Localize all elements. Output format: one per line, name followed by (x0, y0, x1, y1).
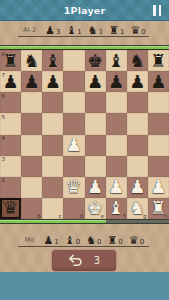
square-c3[interactable] (42, 156, 63, 177)
capture-count: 0 (97, 238, 101, 246)
knight-icon: ♞ (86, 235, 96, 246)
rank-label: 4 (2, 135, 6, 141)
square-h5[interactable] (148, 113, 169, 134)
player-timer-bar (0, 219, 169, 224)
square-b8[interactable]: ♞ (21, 50, 42, 71)
captured-piece: ♛0 (130, 25, 145, 36)
knight-icon: ♞ (88, 25, 98, 36)
chess-board: 8♜♞♝♚♝♞♜7♟♟♟♟♟♟♟654♟32♛♟♟♟♟1a♛bcde♚f♝g♞h… (0, 50, 169, 219)
square-f5[interactable] (106, 113, 127, 134)
square-b4[interactable] (21, 135, 42, 156)
timer-fill (0, 46, 169, 49)
square-e8[interactable]: ♚ (85, 50, 106, 71)
square-e6[interactable] (85, 92, 106, 113)
rank-label: 2 (2, 177, 6, 183)
capture-count: 1 (120, 28, 124, 36)
square-f4[interactable] (106, 135, 127, 156)
square-e5[interactable] (85, 113, 106, 134)
square-g3[interactable] (127, 156, 148, 177)
square-d8[interactable] (63, 50, 84, 71)
square-f3[interactable] (106, 156, 127, 177)
white-pawn: ♟ (129, 177, 145, 197)
square-d2[interactable]: ♛ (63, 177, 84, 198)
black-pawn: ♟ (150, 72, 166, 92)
undo-button[interactable]: 3 (51, 249, 117, 272)
square-c1[interactable]: c (42, 198, 63, 219)
bishop-icon: ♝ (65, 235, 75, 246)
rook-icon: ♜ (107, 235, 117, 246)
square-a6[interactable]: 6 (0, 92, 21, 113)
square-g4[interactable] (127, 135, 148, 156)
white-pawn: ♟ (66, 135, 82, 155)
pawn-icon: ♟ (43, 235, 53, 246)
capture-count: 0 (118, 238, 122, 246)
black-king: ♚ (87, 51, 103, 71)
timer-fill (0, 220, 106, 223)
square-e1[interactable]: e♚ (85, 198, 106, 219)
square-c2[interactable] (42, 177, 63, 198)
captured-piece: ♟1 (43, 235, 58, 246)
square-f1[interactable]: f♝ (106, 198, 127, 219)
black-pawn: ♟ (108, 72, 124, 92)
player-label: Me (25, 236, 35, 244)
square-a4[interactable]: 4 (0, 135, 21, 156)
white-knight: ♞ (129, 198, 145, 218)
square-h1[interactable]: h♜ (148, 198, 169, 219)
black-pawn: ♟ (87, 72, 103, 92)
square-b5[interactable] (21, 113, 42, 134)
square-g2[interactable]: ♟ (127, 177, 148, 198)
captured-piece: ♜0 (107, 235, 122, 246)
white-pawn: ♟ (150, 177, 166, 197)
undo-count: 3 (94, 255, 100, 266)
capture-count: 3 (56, 28, 60, 36)
square-g7[interactable]: ♟ (127, 71, 148, 92)
square-e2[interactable]: ♟ (85, 177, 106, 198)
square-h8[interactable]: ♜ (148, 50, 169, 71)
file-label: e (101, 213, 104, 219)
black-pawn: ♟ (129, 72, 145, 92)
square-f2[interactable]: ♟ (106, 177, 127, 198)
opponent-capture-tray: AI-2 ♟3♝1♞1♜1♛0 (0, 23, 169, 37)
file-label: c (59, 213, 62, 219)
square-h3[interactable] (148, 156, 169, 177)
black-pawn: ♟ (24, 72, 40, 92)
square-f7[interactable]: ♟ (106, 71, 127, 92)
square-a2[interactable]: 2 (0, 177, 21, 198)
square-c8[interactable]: ♝ (42, 50, 63, 71)
opponent-captures: ♟3♝1♞1♜1♛0 (45, 25, 146, 36)
square-d5[interactable] (63, 113, 84, 134)
rank-label: 6 (2, 93, 6, 99)
square-h2[interactable]: ♟ (148, 177, 169, 198)
captured-piece: ♛0 (129, 235, 144, 246)
square-b1[interactable]: b (21, 198, 42, 219)
undo-icon (68, 254, 83, 267)
black-rook: ♜ (2, 51, 18, 71)
square-c4[interactable] (42, 135, 63, 156)
square-a1[interactable]: 1a♛ (0, 198, 21, 219)
rank-label: 1 (2, 198, 6, 204)
black-bishop: ♝ (45, 51, 61, 71)
white-bishop: ♝ (108, 198, 124, 218)
square-d3[interactable] (63, 156, 84, 177)
square-h4[interactable] (148, 135, 169, 156)
captured-piece: ♞0 (86, 235, 101, 246)
black-bishop: ♝ (108, 51, 124, 71)
white-rook: ♜ (150, 198, 166, 218)
footer-bar (0, 272, 169, 300)
capture-count: 1 (99, 28, 103, 36)
white-pawn: ♟ (108, 177, 124, 197)
captured-piece: ♝0 (65, 235, 80, 246)
square-g8[interactable]: ♞ (127, 50, 148, 71)
file-label: a (16, 213, 19, 219)
square-d1[interactable]: d (63, 198, 84, 219)
square-d6[interactable] (63, 92, 84, 113)
square-h7[interactable]: ♟ (148, 71, 169, 92)
square-b6[interactable] (21, 92, 42, 113)
square-c7[interactable]: ♟ (42, 71, 63, 92)
square-e7[interactable]: ♟ (85, 71, 106, 92)
capture-count: 1 (54, 238, 58, 246)
pause-icon (159, 5, 162, 16)
captured-piece: ♞1 (88, 25, 103, 36)
square-e4[interactable] (85, 135, 106, 156)
square-f6[interactable] (106, 92, 127, 113)
square-h6[interactable] (148, 92, 169, 113)
player-captures: ♟1♝0♞0♜0♛0 (43, 235, 144, 246)
rank-label: 7 (2, 72, 6, 78)
square-a3[interactable]: 3 (0, 156, 21, 177)
app-screen: 1Player AI-2 ♟3♝1♞1♜1♛0 8♜♞♝♚♝♞♜7♟♟♟♟♟♟♟… (0, 0, 169, 300)
file-label: b (37, 213, 41, 219)
black-queen: ♛ (2, 198, 18, 218)
capture-count: 0 (76, 238, 80, 246)
square-a8[interactable]: 8♜ (0, 50, 21, 71)
black-pawn: ♟ (2, 72, 18, 92)
square-c5[interactable] (42, 113, 63, 134)
white-pawn: ♟ (87, 177, 103, 197)
captured-piece: ♟3 (45, 25, 60, 36)
square-d7[interactable] (63, 71, 84, 92)
pawn-icon: ♟ (45, 25, 55, 36)
header: 1Player (0, 0, 169, 21)
queen-icon: ♛ (129, 235, 139, 246)
file-label: h (164, 213, 168, 219)
opponent-label: AI-2 (23, 26, 36, 34)
rank-label: 5 (2, 114, 6, 120)
rook-icon: ♜ (109, 25, 119, 36)
square-b3[interactable] (21, 156, 42, 177)
square-g5[interactable] (127, 113, 148, 134)
square-b7[interactable]: ♟ (21, 71, 42, 92)
file-label: f (123, 213, 125, 219)
capture-count: 0 (141, 28, 145, 36)
rank-label: 8 (2, 51, 6, 57)
square-a7[interactable]: 7♟ (0, 71, 21, 92)
file-label: d (80, 213, 84, 219)
captured-piece: ♜1 (109, 25, 124, 36)
square-f8[interactable]: ♝ (106, 50, 127, 71)
player-capture-tray: Me ♟1♝0♞0♜0♛0 (0, 233, 169, 247)
square-g1[interactable]: g♞ (127, 198, 148, 219)
capture-count: 0 (140, 238, 144, 246)
square-c6[interactable] (42, 92, 63, 113)
queen-icon: ♛ (130, 25, 140, 36)
bishop-icon: ♝ (66, 25, 76, 36)
file-label: g (143, 213, 147, 219)
square-e3[interactable] (85, 156, 106, 177)
rank-label: 3 (2, 156, 6, 162)
pause-icon (153, 5, 156, 16)
black-pawn: ♟ (45, 72, 61, 92)
tray-divider (18, 246, 149, 247)
black-knight: ♞ (24, 51, 40, 71)
black-rook: ♜ (150, 51, 166, 71)
square-a5[interactable]: 5 (0, 113, 21, 134)
tray-divider (18, 36, 149, 37)
black-knight: ♞ (129, 51, 145, 71)
white-king: ♚ (87, 198, 103, 218)
square-b2[interactable] (21, 177, 42, 198)
square-g6[interactable] (127, 92, 148, 113)
square-d4[interactable]: ♟ (63, 135, 84, 156)
pause-button[interactable] (152, 4, 162, 16)
white-queen: ♛ (66, 177, 82, 197)
captured-piece: ♝1 (66, 25, 81, 36)
capture-count: 1 (77, 28, 81, 36)
page-title: 1Player (64, 5, 106, 16)
